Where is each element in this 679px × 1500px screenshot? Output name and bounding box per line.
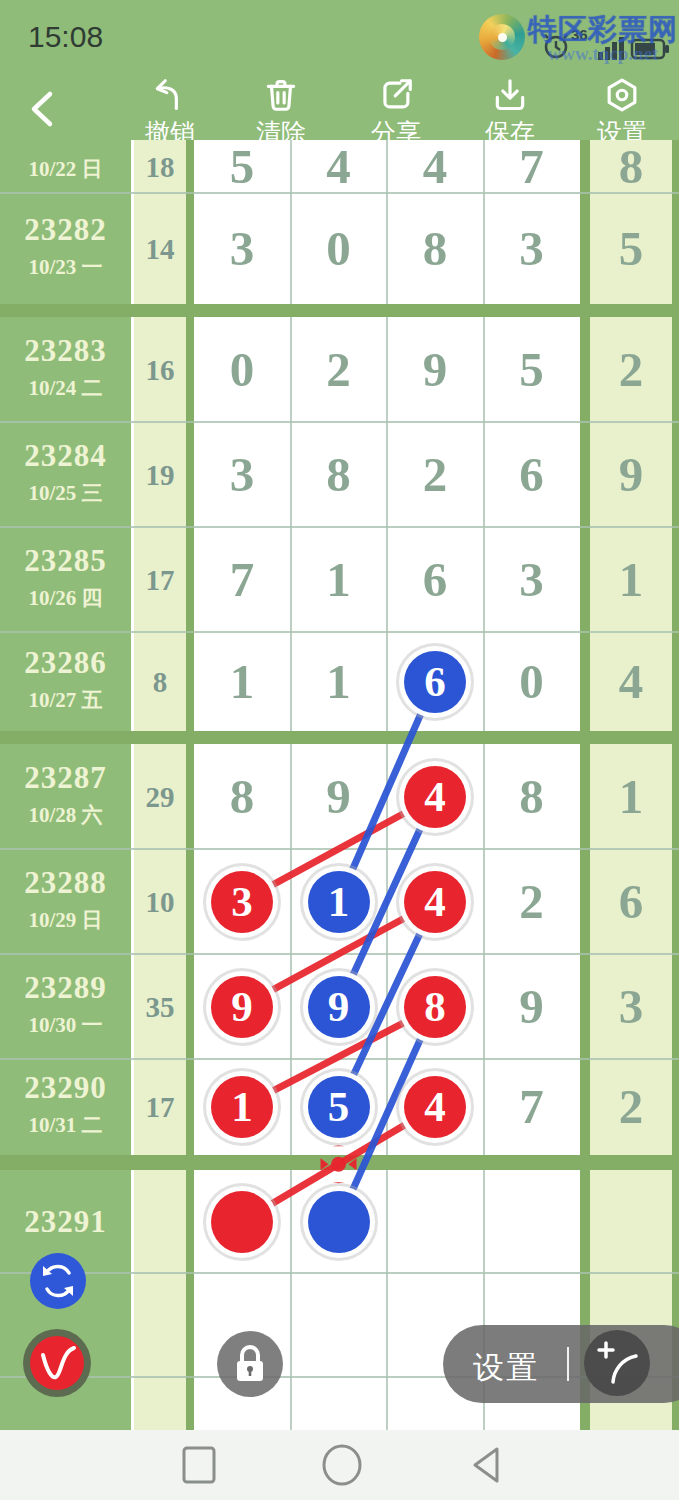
site-logo-title: 特区彩票网 [527, 14, 679, 44]
undo-button[interactable]: 撤销 [124, 76, 216, 149]
clear-button[interactable]: 清除 [235, 76, 327, 149]
mark-circle-blue[interactable]: 1 [308, 871, 370, 933]
status-time: 15:08 [28, 20, 103, 54]
refresh-icon [30, 1253, 86, 1309]
mark-circle-blue[interactable]: 9 [308, 976, 370, 1038]
mark-circle-blue[interactable]: 6 [404, 651, 466, 713]
mark-circle-red[interactable]: 4 [404, 871, 466, 933]
home-circle-icon[interactable] [320, 1444, 364, 1486]
line-drag-handle[interactable] [321, 1145, 357, 1183]
lock-icon [217, 1331, 283, 1397]
mark-circle-blue[interactable] [308, 1191, 370, 1253]
pen-plus-icon [584, 1330, 650, 1396]
app-screen: 15:08 36 特区彩票网 www.tqcp.net [0, 0, 679, 1500]
mark-circle-red[interactable]: 3 [211, 871, 273, 933]
settings-hexagon-icon [603, 76, 641, 114]
download-icon [491, 76, 529, 114]
add-line-button[interactable] [584, 1330, 650, 1396]
save-button[interactable]: 保存 [464, 76, 556, 149]
mark-circle-red[interactable]: 4 [404, 766, 466, 828]
settings-button[interactable]: 设置 [576, 76, 668, 149]
trend-chart-table[interactable]: 10/22 日18544782328210/23 一14308352328310… [0, 140, 679, 1430]
trash-icon [262, 76, 300, 114]
mark-circle-red[interactable]: 4 [404, 1076, 466, 1138]
site-logo-url: www.tqcp.net [527, 44, 679, 64]
back-triangle-icon[interactable] [465, 1444, 509, 1486]
share-button[interactable]: 分享 [350, 76, 442, 149]
mark-circle-red[interactable]: 1 [211, 1076, 273, 1138]
mark-circle-red[interactable]: 9 [211, 976, 273, 1038]
chart-settings-label: 设置 [473, 1347, 539, 1389]
lock-button[interactable] [217, 1331, 283, 1397]
mark-circle-red[interactable] [211, 1191, 273, 1253]
mark-circle-red[interactable]: 8 [404, 976, 466, 1038]
mark-circle-blue[interactable]: 5 [308, 1076, 370, 1138]
recents-square-icon[interactable] [180, 1444, 220, 1486]
undo-icon [151, 76, 189, 114]
share-icon [377, 76, 415, 114]
v-script-icon [23, 1329, 91, 1397]
site-logo: 特区彩票网 www.tqcp.net [527, 14, 679, 64]
chevron-left-icon [34, 94, 50, 124]
logo-swirl-icon [479, 14, 525, 60]
pill-divider [567, 1347, 569, 1381]
brand-v-logo[interactable] [23, 1329, 91, 1397]
refresh-button[interactable] [30, 1253, 86, 1309]
back-button[interactable] [26, 86, 62, 132]
android-navbar [0, 1430, 679, 1500]
